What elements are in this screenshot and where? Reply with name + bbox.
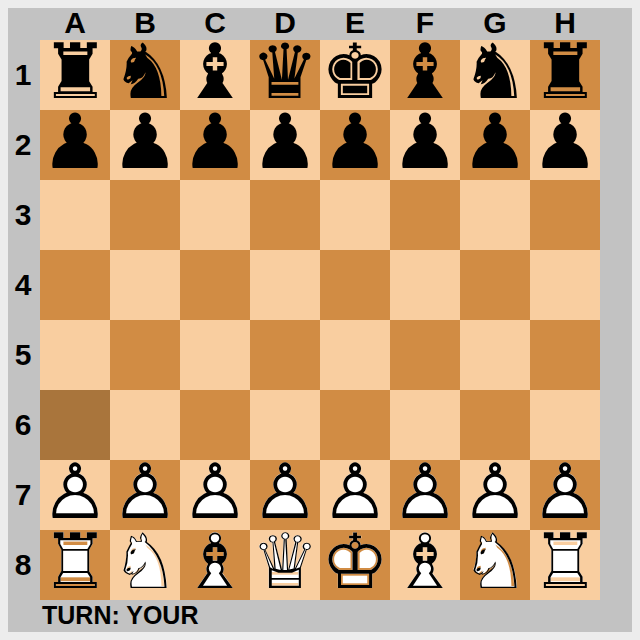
turn-status: TURN: YOUR (42, 600, 602, 630)
square-h5[interactable] (530, 320, 600, 390)
square-e8[interactable]: ♚♔ (320, 530, 390, 600)
square-g2[interactable]: ♟ (460, 110, 530, 180)
square-d7[interactable]: ♟♙ (250, 460, 320, 530)
square-h2[interactable]: ♟ (530, 110, 600, 180)
black-knight-icon: ♞ (460, 34, 530, 110)
square-e3[interactable] (320, 180, 390, 250)
black-pawn-icon: ♟ (460, 104, 530, 180)
white-pawn-icon: ♟ (110, 454, 180, 530)
square-b1[interactable]: ♞ (110, 40, 180, 110)
white-pawn-icon: ♟ (320, 454, 390, 530)
row-label-8: 8 (6, 530, 40, 600)
row-label-4: 4 (6, 250, 40, 320)
col-label-a: A (40, 6, 110, 40)
square-g1[interactable]: ♞ (460, 40, 530, 110)
square-a7[interactable]: ♟♙ (40, 460, 110, 530)
square-c8[interactable]: ♝♗ (180, 530, 250, 600)
square-d8[interactable]: ♛♕ (250, 530, 320, 600)
white-pawn-icon: ♟ (40, 454, 110, 530)
square-b4[interactable] (110, 250, 180, 320)
white-pawn-icon: ♟ (530, 454, 600, 530)
white-rook-icon: ♜ (40, 524, 110, 600)
square-a8[interactable]: ♜♖ (40, 530, 110, 600)
white-queen-outline-icon: ♕ (250, 524, 320, 600)
square-a1[interactable]: ♜ (40, 40, 110, 110)
square-d3[interactable] (250, 180, 320, 250)
col-label-g: G (460, 6, 530, 40)
white-rook-icon: ♜ (530, 524, 600, 600)
white-queen-icon: ♛ (250, 524, 320, 600)
square-f8[interactable]: ♝♗ (390, 530, 460, 600)
white-pawn-outline-icon: ♙ (390, 454, 460, 530)
col-label-f: F (390, 6, 460, 40)
black-queen-icon: ♛ (250, 34, 320, 110)
square-d6[interactable] (250, 390, 320, 460)
white-pawn-icon: ♟ (180, 454, 250, 530)
square-b3[interactable] (110, 180, 180, 250)
square-g5[interactable] (460, 320, 530, 390)
square-b8[interactable]: ♞♘ (110, 530, 180, 600)
square-c2[interactable]: ♟ (180, 110, 250, 180)
chess-app: ABCDEFGH 12345678 ♜♞♝♛♚♝♞♜♟♟♟♟♟♟♟♟♟♙♟♙♟♙… (0, 0, 640, 640)
white-knight-icon: ♞ (110, 524, 180, 600)
col-label-d: D (250, 6, 320, 40)
square-h3[interactable] (530, 180, 600, 250)
square-d1[interactable]: ♛ (250, 40, 320, 110)
square-g4[interactable] (460, 250, 530, 320)
square-h4[interactable] (530, 250, 600, 320)
white-pawn-icon: ♟ (390, 454, 460, 530)
square-f3[interactable] (390, 180, 460, 250)
square-g7[interactable]: ♟♙ (460, 460, 530, 530)
square-c7[interactable]: ♟♙ (180, 460, 250, 530)
square-e7[interactable]: ♟♙ (320, 460, 390, 530)
square-e2[interactable]: ♟ (320, 110, 390, 180)
black-pawn-icon: ♟ (110, 104, 180, 180)
white-knight-icon: ♞ (460, 524, 530, 600)
square-c6[interactable] (180, 390, 250, 460)
square-d2[interactable]: ♟ (250, 110, 320, 180)
row-label-7: 7 (6, 460, 40, 530)
square-d5[interactable] (250, 320, 320, 390)
white-bishop-outline-icon: ♗ (180, 524, 250, 600)
square-g3[interactable] (460, 180, 530, 250)
white-pawn-outline-icon: ♙ (110, 454, 180, 530)
white-pawn-outline-icon: ♙ (250, 454, 320, 530)
square-f6[interactable] (390, 390, 460, 460)
square-a4[interactable] (40, 250, 110, 320)
white-rook-outline-icon: ♖ (40, 524, 110, 600)
white-bishop-icon: ♝ (390, 524, 460, 600)
square-g6[interactable] (460, 390, 530, 460)
square-c1[interactable]: ♝ (180, 40, 250, 110)
square-h6[interactable] (530, 390, 600, 460)
square-a2[interactable]: ♟ (40, 110, 110, 180)
white-pawn-icon: ♟ (250, 454, 320, 530)
row-label-1: 1 (6, 40, 40, 110)
white-rook-outline-icon: ♖ (530, 524, 600, 600)
black-pawn-icon: ♟ (530, 104, 600, 180)
col-label-h: H (530, 6, 600, 40)
black-pawn-icon: ♟ (40, 104, 110, 180)
square-a6[interactable] (40, 390, 110, 460)
white-knight-outline-icon: ♘ (460, 524, 530, 600)
square-a3[interactable] (40, 180, 110, 250)
square-b5[interactable] (110, 320, 180, 390)
white-king-outline-icon: ♔ (320, 524, 390, 600)
square-e5[interactable] (320, 320, 390, 390)
square-b2[interactable]: ♟ (110, 110, 180, 180)
row-label-3: 3 (6, 180, 40, 250)
black-king-icon: ♚ (320, 34, 390, 110)
square-f2[interactable]: ♟ (390, 110, 460, 180)
square-b6[interactable] (110, 390, 180, 460)
col-label-e: E (320, 6, 390, 40)
row-labels: 12345678 (6, 40, 40, 600)
black-bishop-icon: ♝ (390, 34, 460, 110)
square-f5[interactable] (390, 320, 460, 390)
white-bishop-icon: ♝ (180, 524, 250, 600)
square-f4[interactable] (390, 250, 460, 320)
black-rook-icon: ♜ (530, 34, 600, 110)
row-label-6: 6 (6, 390, 40, 460)
column-labels: ABCDEFGH (40, 6, 600, 40)
white-pawn-outline-icon: ♙ (320, 454, 390, 530)
white-pawn-outline-icon: ♙ (180, 454, 250, 530)
square-c5[interactable] (180, 320, 250, 390)
square-b7[interactable]: ♟♙ (110, 460, 180, 530)
black-bishop-icon: ♝ (180, 34, 250, 110)
col-label-b: B (110, 6, 180, 40)
black-pawn-icon: ♟ (250, 104, 320, 180)
square-c4[interactable] (180, 250, 250, 320)
row-label-2: 2 (6, 110, 40, 180)
black-pawn-icon: ♟ (390, 104, 460, 180)
white-pawn-outline-icon: ♙ (460, 454, 530, 530)
white-knight-outline-icon: ♘ (110, 524, 180, 600)
white-bishop-outline-icon: ♗ (390, 524, 460, 600)
white-pawn-icon: ♟ (460, 454, 530, 530)
square-f1[interactable]: ♝ (390, 40, 460, 110)
square-f7[interactable]: ♟♙ (390, 460, 460, 530)
white-king-icon: ♚ (320, 524, 390, 600)
col-label-c: C (180, 6, 250, 40)
square-g8[interactable]: ♞♘ (460, 530, 530, 600)
white-pawn-outline-icon: ♙ (40, 454, 110, 530)
square-a5[interactable] (40, 320, 110, 390)
square-c3[interactable] (180, 180, 250, 250)
row-label-5: 5 (6, 320, 40, 390)
square-h1[interactable]: ♜ (530, 40, 600, 110)
chess-board: ♜♞♝♛♚♝♞♜♟♟♟♟♟♟♟♟♟♙♟♙♟♙♟♙♟♙♟♙♟♙♟♙♜♖♞♘♝♗♛♕… (40, 40, 600, 600)
black-rook-icon: ♜ (40, 34, 110, 110)
black-knight-icon: ♞ (110, 34, 180, 110)
square-h7[interactable]: ♟♙ (530, 460, 600, 530)
black-pawn-icon: ♟ (180, 104, 250, 180)
black-pawn-icon: ♟ (320, 104, 390, 180)
square-d4[interactable] (250, 250, 320, 320)
square-e4[interactable] (320, 250, 390, 320)
square-e1[interactable]: ♚ (320, 40, 390, 110)
square-e6[interactable] (320, 390, 390, 460)
square-h8[interactable]: ♜♖ (530, 530, 600, 600)
white-pawn-outline-icon: ♙ (530, 454, 600, 530)
